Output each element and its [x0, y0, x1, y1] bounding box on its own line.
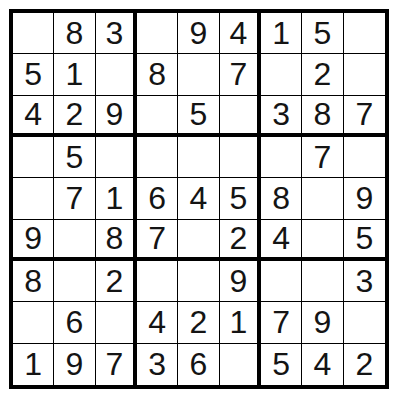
cell-r5c4: 6: [137, 178, 178, 219]
cell-r2c8: 2: [302, 54, 343, 95]
cell-r1c9[interactable]: [344, 13, 385, 54]
cell-r3c3: 9: [96, 96, 137, 137]
cell-r1c5: 9: [178, 13, 219, 54]
cell-r8c2: 6: [54, 302, 95, 343]
cell-r6c4: 7: [137, 220, 178, 261]
cell-r7c9: 3: [344, 261, 385, 302]
cell-r2c2: 1: [54, 54, 95, 95]
cell-r6c5[interactable]: [178, 220, 219, 261]
cell-r3c5: 5: [178, 96, 219, 137]
cell-r6c9: 5: [344, 220, 385, 261]
cell-r9c7: 5: [261, 344, 302, 385]
cell-r3c7: 3: [261, 96, 302, 137]
cell-r9c9: 2: [344, 344, 385, 385]
cell-r2c4: 8: [137, 54, 178, 95]
cell-r6c7: 4: [261, 220, 302, 261]
cell-r8c6: 1: [220, 302, 261, 343]
sudoku-board: 8394155187242953875771645899872458293642…: [9, 9, 389, 389]
cell-r7c5[interactable]: [178, 261, 219, 302]
cell-r7c3: 2: [96, 261, 137, 302]
cell-r8c1[interactable]: [13, 302, 54, 343]
cell-r3c9: 7: [344, 96, 385, 137]
cell-r5c5: 4: [178, 178, 219, 219]
cell-r8c3[interactable]: [96, 302, 137, 343]
cell-r1c8: 5: [302, 13, 343, 54]
cell-r9c3: 7: [96, 344, 137, 385]
cell-r7c7[interactable]: [261, 261, 302, 302]
cell-r9c1: 1: [13, 344, 54, 385]
cell-r5c3: 1: [96, 178, 137, 219]
cell-r4c1[interactable]: [13, 137, 54, 178]
cell-r2c9[interactable]: [344, 54, 385, 95]
cell-r1c2: 8: [54, 13, 95, 54]
cell-r4c3[interactable]: [96, 137, 137, 178]
cell-r9c5: 6: [178, 344, 219, 385]
cell-r5c8[interactable]: [302, 178, 343, 219]
cell-r3c8: 8: [302, 96, 343, 137]
cell-r2c1: 5: [13, 54, 54, 95]
cell-r7c4[interactable]: [137, 261, 178, 302]
cell-r1c7: 1: [261, 13, 302, 54]
cell-r1c4[interactable]: [137, 13, 178, 54]
cell-r5c2: 7: [54, 178, 95, 219]
cell-r3c1: 4: [13, 96, 54, 137]
cell-r9c8: 4: [302, 344, 343, 385]
cell-r6c8[interactable]: [302, 220, 343, 261]
cell-r7c2[interactable]: [54, 261, 95, 302]
cell-r7c8[interactable]: [302, 261, 343, 302]
cell-r5c1[interactable]: [13, 178, 54, 219]
cell-r4c2: 5: [54, 137, 95, 178]
cell-r8c8: 9: [302, 302, 343, 343]
cell-r8c9[interactable]: [344, 302, 385, 343]
cell-r6c6: 2: [220, 220, 261, 261]
cell-r5c7: 8: [261, 178, 302, 219]
cell-r5c9: 9: [344, 178, 385, 219]
cell-r4c4[interactable]: [137, 137, 178, 178]
cell-r6c2[interactable]: [54, 220, 95, 261]
cell-r4c8: 7: [302, 137, 343, 178]
cell-r2c7[interactable]: [261, 54, 302, 95]
cell-r7c1: 8: [13, 261, 54, 302]
cell-r7c6: 9: [220, 261, 261, 302]
cell-r1c6: 4: [220, 13, 261, 54]
cell-r6c3: 8: [96, 220, 137, 261]
cell-r4c5[interactable]: [178, 137, 219, 178]
cell-r3c4[interactable]: [137, 96, 178, 137]
cell-r2c3[interactable]: [96, 54, 137, 95]
cell-r4c7[interactable]: [261, 137, 302, 178]
cell-r9c2: 9: [54, 344, 95, 385]
cell-r9c6[interactable]: [220, 344, 261, 385]
cell-r1c1[interactable]: [13, 13, 54, 54]
cell-r1c3: 3: [96, 13, 137, 54]
cell-r2c6: 7: [220, 54, 261, 95]
cell-r2c5[interactable]: [178, 54, 219, 95]
cell-r8c7: 7: [261, 302, 302, 343]
cell-r9c4: 3: [137, 344, 178, 385]
cell-r8c4: 4: [137, 302, 178, 343]
cell-r4c6[interactable]: [220, 137, 261, 178]
cell-r8c5: 2: [178, 302, 219, 343]
cell-r5c6: 5: [220, 178, 261, 219]
cell-r6c1: 9: [13, 220, 54, 261]
cell-r3c6[interactable]: [220, 96, 261, 137]
cell-r3c2: 2: [54, 96, 95, 137]
cell-r4c9[interactable]: [344, 137, 385, 178]
